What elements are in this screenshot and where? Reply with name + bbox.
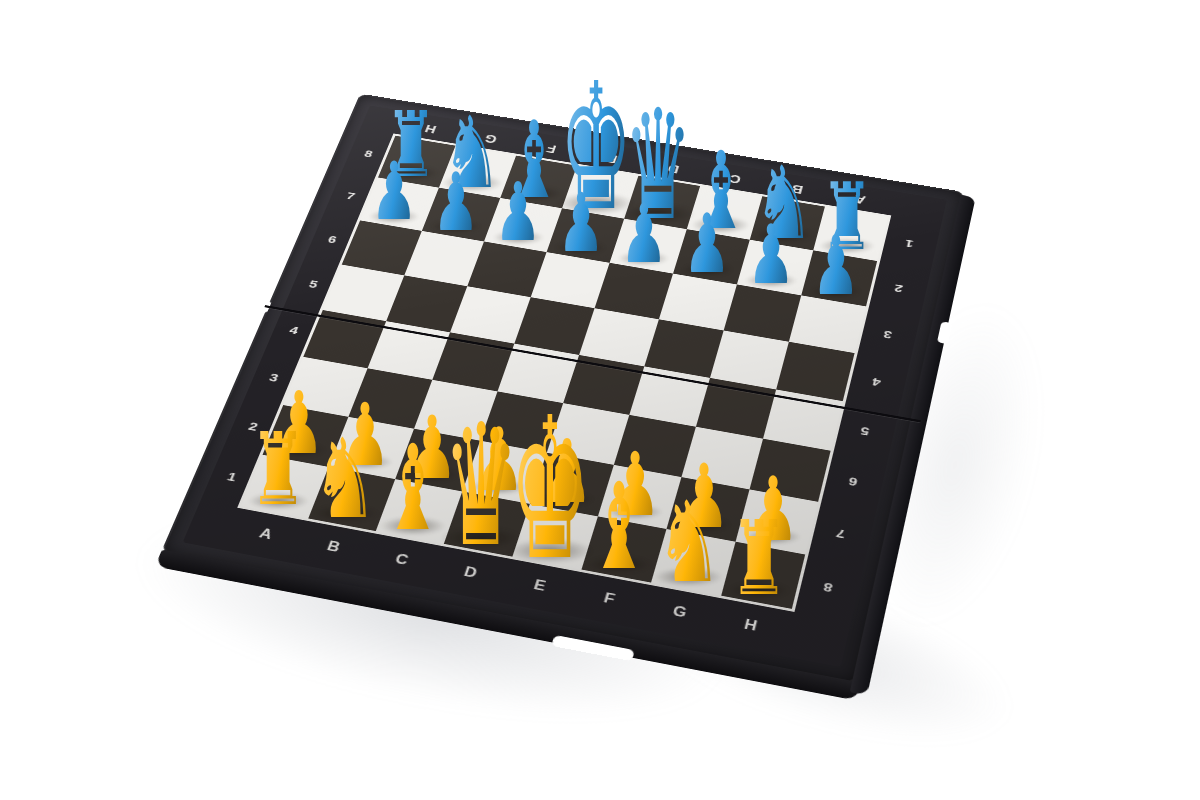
chess-board: AHBGCFDEEDFCGBHA8172635445362718 bbox=[161, 94, 964, 684]
coord-left-2: 2 bbox=[240, 417, 268, 436]
coord-right-6: 6 bbox=[840, 472, 866, 491]
coord-right-3: 3 bbox=[875, 325, 900, 343]
coord-bottom-a: A bbox=[251, 524, 280, 544]
coord-right-4: 4 bbox=[864, 373, 889, 391]
coord-right-5: 5 bbox=[852, 421, 878, 440]
coord-bottom-d: D bbox=[456, 562, 484, 582]
coord-left-4: 4 bbox=[281, 321, 308, 339]
coord-left-7: 7 bbox=[338, 188, 363, 204]
coord-left-3: 3 bbox=[260, 368, 287, 386]
coord-left-8: 8 bbox=[356, 146, 381, 162]
coord-bottom-g: G bbox=[666, 602, 694, 623]
coord-bottom-c: C bbox=[387, 550, 415, 570]
coord-top-e: E bbox=[600, 150, 624, 166]
board-case: AHBGCFDEEDFCGBHA8172635445362718 bbox=[161, 94, 964, 684]
coord-bottom-b: B bbox=[319, 537, 347, 557]
coord-right-8: 8 bbox=[815, 577, 842, 598]
coord-bottom-f: F bbox=[595, 589, 623, 610]
coord-bottom-e: E bbox=[526, 575, 554, 596]
coord-bottom-h: H bbox=[737, 615, 765, 636]
coord-top-c: C bbox=[723, 170, 747, 186]
coord-top-f: F bbox=[539, 140, 563, 156]
coord-top-h: H bbox=[418, 121, 443, 136]
square-h1 bbox=[721, 542, 805, 609]
playfield bbox=[241, 136, 888, 609]
coord-right-2: 2 bbox=[886, 280, 910, 297]
coord-right-1: 1 bbox=[897, 235, 921, 252]
coord-left-5: 5 bbox=[300, 275, 326, 292]
product-photo: AHBGCFDEEDFCGBHA8172635445362718 ♜♞♝♚♛♝♞… bbox=[0, 0, 1200, 800]
coord-left-6: 6 bbox=[320, 231, 346, 248]
coord-top-g: G bbox=[478, 130, 503, 146]
coord-top-a: A bbox=[848, 191, 872, 207]
coord-top-b: B bbox=[785, 181, 809, 197]
coord-right-7: 7 bbox=[827, 523, 854, 543]
coord-left-1: 1 bbox=[218, 467, 246, 486]
coord-top-d: D bbox=[661, 160, 685, 176]
